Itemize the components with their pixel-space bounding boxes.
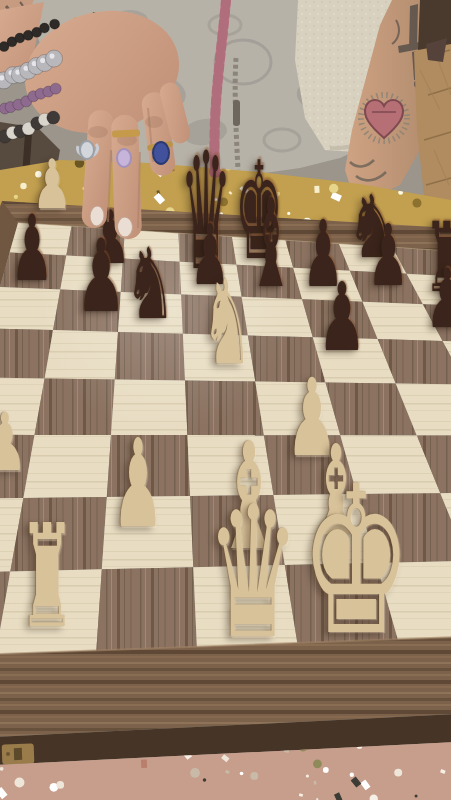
player-hand-layer (0, 0, 451, 800)
gold-band-ring (112, 129, 140, 137)
fingernail (117, 217, 133, 238)
lavender-stone-ring (117, 149, 131, 167)
chess-photo: ♛♚♜♞♝♟♟♟♟♟♟♞♟♟♞♟♟♟♝♝♛♚♜♟ (0, 0, 451, 800)
silver-stone-ring (80, 141, 94, 159)
blue-stone-ring (153, 142, 169, 164)
